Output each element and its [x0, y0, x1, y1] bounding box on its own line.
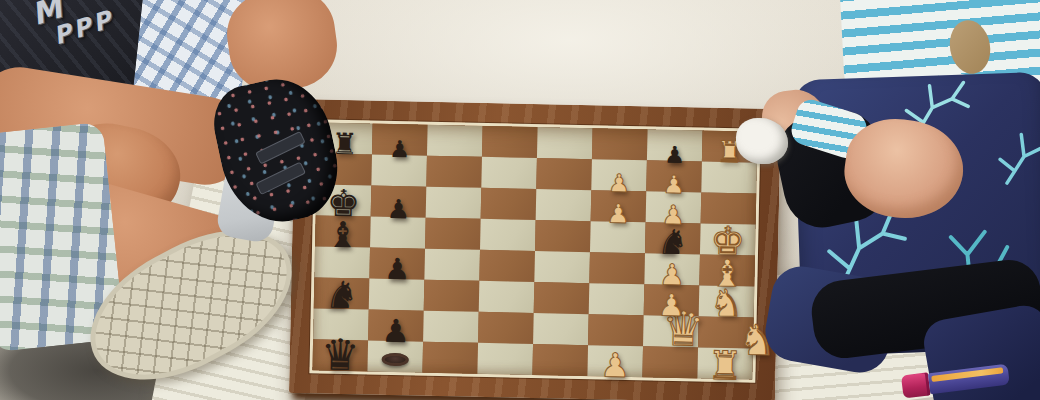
white-pawn-glyph: ♟ [606, 202, 630, 227]
black-knight-glyph: ♞ [324, 278, 358, 314]
piece-black-pawn-a7[interactable]: ♟ [372, 124, 428, 156]
piece-white-pawn-h3[interactable]: ♟ [587, 345, 643, 377]
chess-board[interactable]: ♜♚♝♞♛♟♟♟♟♟♞♟♟♟♟♟♟♟♜♚♝♞♜ ♛ ♞ [289, 99, 781, 400]
white-pawn-glyph: ♟ [600, 350, 630, 382]
boot-buckle [255, 162, 306, 196]
piece-black-pawn-a2[interactable]: ♟ [647, 129, 703, 161]
piece-white-pawn-b2[interactable]: ♟ [646, 160, 702, 192]
piece-white-pawn-c2[interactable]: ♟ [646, 191, 702, 223]
piece-black-pawn-c7[interactable]: ♟ [371, 186, 427, 218]
black-queen-glyph: ♛ [320, 335, 360, 377]
piece-black-pawn-e7[interactable]: ♟ [369, 248, 425, 280]
left-player-shirt-graphic: M PPP [27, 0, 117, 55]
piece-black-queen-h8[interactable]: ♛ [312, 339, 368, 371]
lip-balm-label-stripe [931, 367, 1003, 382]
black-pawn-glyph: ♟ [389, 138, 410, 161]
white-rook-glyph: ♜ [707, 346, 743, 384]
tissue [736, 118, 788, 164]
piece-black-knight-f8[interactable]: ♞ [314, 277, 370, 309]
piece-white-knight-f1[interactable]: ♞ [699, 285, 755, 317]
piece-black-pawn-g7[interactable]: ♟ [368, 310, 424, 342]
lip-balm-cap [901, 372, 931, 398]
piece-white-king-d1[interactable]: ♚ [700, 223, 756, 255]
boot-buckle [255, 131, 306, 165]
black-bishop-glyph: ♝ [326, 218, 359, 252]
piece-white-pawn-b3[interactable]: ♟ [591, 159, 647, 191]
fallen-disc-piece[interactable] [382, 353, 409, 367]
piece-white-pawn-c3[interactable]: ♟ [591, 190, 647, 222]
white-knight-glyph: ♞ [709, 286, 743, 322]
piece-white-rook-h1[interactable]: ♜ [697, 347, 753, 379]
piece-black-disc-h7[interactable] [367, 341, 423, 373]
piece-white-pawn-f2[interactable]: ♟ [644, 284, 700, 316]
piece-black-knight-d2[interactable]: ♞ [645, 222, 701, 254]
white-pawn-glyph: ♟ [657, 292, 685, 321]
piece-black-bishop-d8[interactable]: ♝ [315, 215, 371, 247]
black-pawn-glyph: ♟ [386, 197, 410, 222]
piece-white-pawn-e2[interactable]: ♟ [644, 253, 700, 285]
black-pawn-glyph: ♟ [384, 256, 411, 284]
